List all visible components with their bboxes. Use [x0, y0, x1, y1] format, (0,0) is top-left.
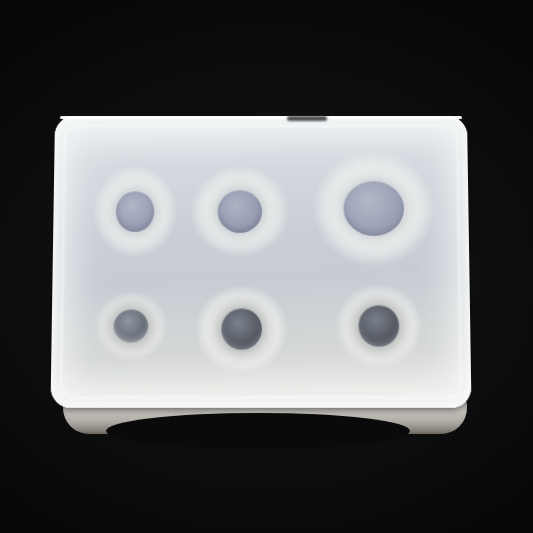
cavity-top-right-core [343, 181, 404, 236]
cavity-bottom-right-core [358, 305, 399, 346]
cavity-bottom-left-core [114, 310, 149, 343]
cavity-layer [50, 116, 471, 408]
cavity-bottom-middle-core [221, 308, 262, 349]
cavity-top-left-core [116, 191, 155, 232]
product-photo [0, 0, 533, 533]
mold-top-face [50, 116, 471, 408]
mold-base-concave-edge [106, 413, 410, 449]
cavity-top-middle-core [218, 190, 262, 233]
